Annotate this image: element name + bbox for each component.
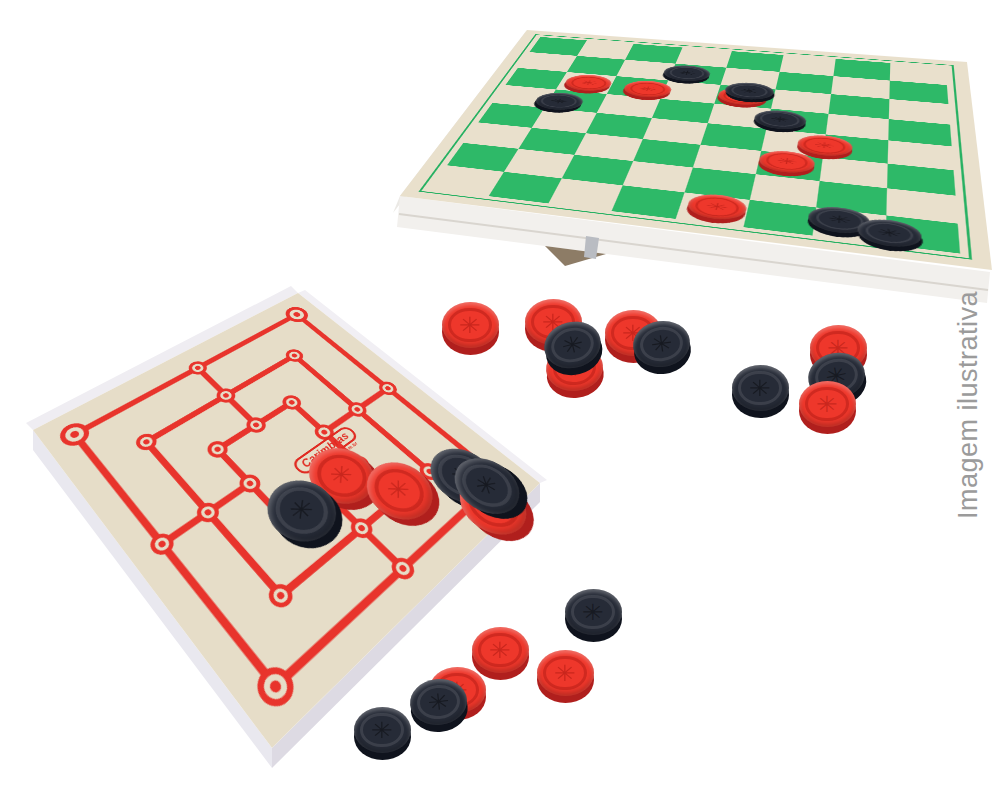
- checkers-square: [611, 185, 685, 219]
- watermark-text: Imagem ilustrativa: [953, 291, 984, 519]
- piece-star-emboss: ✳: [637, 85, 658, 93]
- checker-piece-red: ✳: [799, 381, 856, 427]
- checker-piece-red: ✳: [472, 627, 529, 673]
- checker-piece-red: ✳: [537, 650, 594, 696]
- piece-star-emboss: ✳: [749, 377, 771, 399]
- piece-star-emboss: ✳: [582, 601, 604, 623]
- piece-star-emboss: ✳: [816, 393, 838, 415]
- piece-star-emboss: ✳: [739, 88, 759, 95]
- piece-star-emboss: ✳: [769, 115, 790, 124]
- piece-star-emboss: ✳: [649, 331, 674, 356]
- piece-star-emboss: ✳: [704, 201, 729, 213]
- piece-star-emboss: ✳: [677, 69, 697, 76]
- piece-star-emboss: ✳: [426, 690, 450, 714]
- piece-star-emboss: ✳: [775, 156, 798, 166]
- piece-star-emboss: ✳: [559, 332, 586, 359]
- piece-star-emboss: ✳: [813, 141, 835, 151]
- checker-piece-black: ✳: [732, 365, 789, 411]
- piece-star-emboss: ✳: [554, 662, 576, 684]
- piece-star-emboss: ✳: [489, 639, 511, 661]
- checker-piece-red: ✳: [442, 302, 499, 348]
- product-photo-stage: ✳✳✳✳✳✳✳✳✳✳✳✳ Carimbras www.carimbras.com…: [0, 0, 1001, 801]
- piece-star-emboss: ✳: [876, 227, 903, 239]
- piece-star-emboss: ✳: [578, 79, 599, 87]
- piece-star-emboss: ✳: [548, 97, 569, 105]
- piece-star-emboss: ✳: [459, 314, 481, 336]
- piece-star-emboss: ✳: [827, 214, 852, 226]
- piece-star-emboss: ✳: [371, 719, 393, 741]
- checker-piece-black: ✳: [565, 589, 622, 635]
- checker-piece-black: ✳: [354, 707, 411, 753]
- checkers-square: [743, 200, 816, 236]
- checkers-square: [548, 178, 622, 211]
